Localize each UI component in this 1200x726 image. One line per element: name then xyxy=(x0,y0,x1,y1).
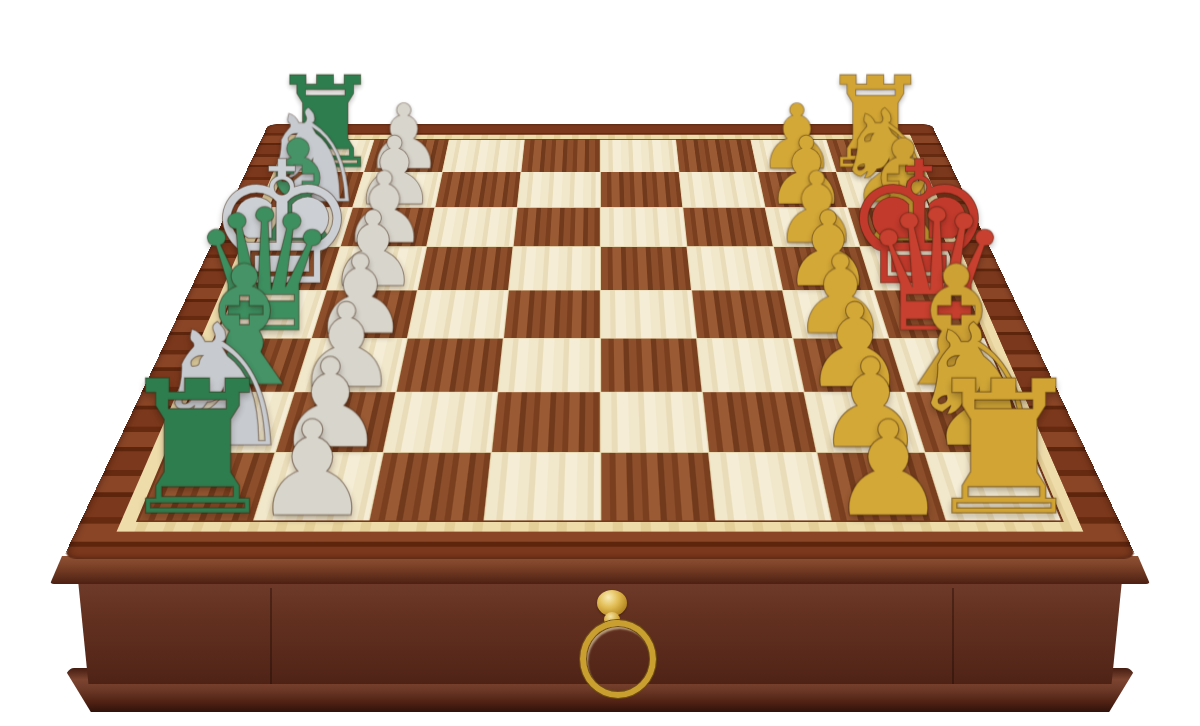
black-rook-a8[interactable]: ♜ xyxy=(877,356,1130,541)
chess-set-scene: ♜♟♟♜♞♟♟♞♝♟♟♝♚♟♟♚♛♟♟♛♝♟♟♝♞♟♟♞♜♟♟♜ xyxy=(0,0,1200,726)
drawer-seam-left xyxy=(270,588,272,684)
board-front-edge xyxy=(50,556,1150,584)
storage-box xyxy=(0,556,1200,706)
white-pawn-a2[interactable]: ♟ xyxy=(185,403,438,535)
chess-board: ♜♟♟♜♞♟♟♞♝♟♟♝♚♟♟♚♛♟♟♛♝♟♟♝♞♟♟♞♜♟♟♜ xyxy=(63,124,1137,558)
pieces-layer: ♜♟♟♜♞♟♟♞♝♟♟♝♚♟♟♚♛♟♟♛♝♟♟♝♞♟♟♞♜♟♟♜ xyxy=(139,140,1061,521)
drawer-seam-right xyxy=(952,588,954,684)
drawer-ring-pull[interactable] xyxy=(580,620,656,698)
